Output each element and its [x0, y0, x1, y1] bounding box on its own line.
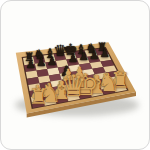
product-photo-frame[interactable]: ♜♞♝♛♚♝♞♜♟♟♟♟♟♟♟♟♟♟♟♟♟♟♟♟♜♞♝♛♚♝♞♜: [0, 0, 150, 150]
square-c8: [44, 54, 56, 62]
chess-board: [1, 1, 150, 150]
square-b8: [33, 56, 45, 64]
square-a8: [23, 57, 35, 65]
